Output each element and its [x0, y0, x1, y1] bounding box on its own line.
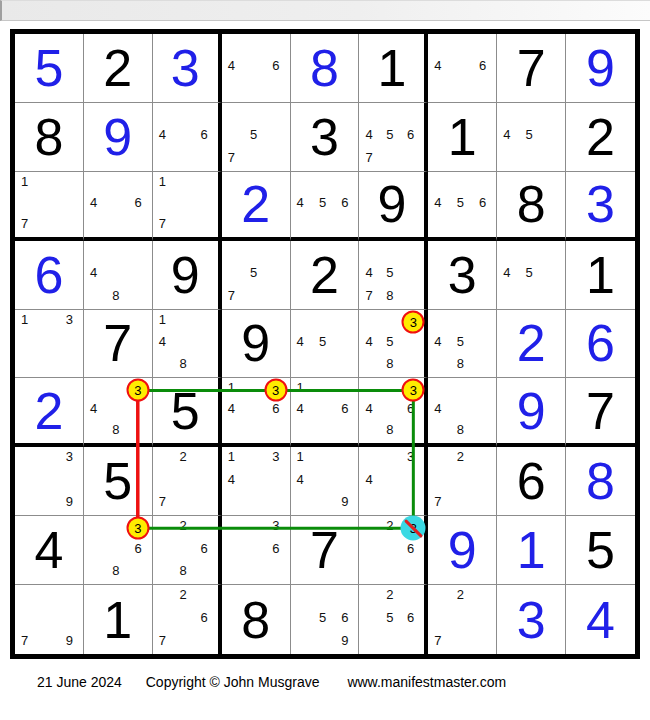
candidate-digit: 5: [382, 264, 398, 284]
candidate-slot: [398, 629, 414, 649]
candidate-digit: 4: [503, 126, 520, 146]
cell-r7c4[interactable]: 134: [222, 447, 291, 516]
candidate-slot: [159, 470, 175, 490]
candidate-slot: [452, 470, 469, 490]
candidate-slot: [159, 194, 175, 213]
cell-r9c2[interactable]: 1: [84, 585, 153, 654]
window-chrome-bar: [0, 0, 650, 21]
candidate-grid: 4567: [359, 103, 424, 171]
candidate-grid: 57: [222, 103, 290, 171]
candidate-digit: 2: [382, 519, 398, 539]
candidate-slot: [331, 419, 348, 438]
candidate-slot: [469, 450, 486, 470]
cell-r6c8[interactable]: 9: [497, 378, 566, 447]
cell-r1c1[interactable]: 5: [15, 34, 84, 103]
given-digit: 7: [517, 42, 546, 94]
candidate-slot: [38, 608, 55, 628]
candidate-slot: [452, 629, 469, 649]
cell-r1c2[interactable]: 2: [84, 34, 153, 103]
cell-r6c9[interactable]: 7: [566, 378, 635, 447]
candidate-digit: 3: [398, 450, 414, 470]
cell-r2c5[interactable]: 3: [291, 103, 360, 172]
candidate-slot: [175, 146, 191, 166]
candidate-slot: [434, 470, 451, 490]
cell-r5c9[interactable]: 6: [566, 310, 635, 379]
given-digit: 5: [103, 455, 132, 507]
candidate-digit: 7: [159, 629, 175, 649]
candidate-digit: 9: [331, 490, 348, 510]
candidate-slot: [434, 37, 451, 57]
candidate-slot: [107, 175, 124, 194]
cell-r2c9[interactable]: 2: [566, 103, 635, 172]
cell-r1c4[interactable]: 46: [222, 34, 291, 103]
candidate-slot: [521, 284, 538, 304]
cell-r7c8[interactable]: 6: [497, 447, 566, 516]
candidate-slot: [56, 352, 73, 372]
cell-r9c1[interactable]: 79: [15, 585, 84, 654]
candidate-slot: [434, 313, 451, 333]
candidate-slot: [469, 608, 486, 628]
candidate-digit: 1: [297, 450, 314, 470]
candidate-slot: [398, 419, 414, 438]
candidate-digit: 8: [175, 352, 191, 372]
candidate-digit: 6: [331, 194, 348, 213]
candidate-slot: [228, 106, 245, 126]
cell-r7c5[interactable]: 149: [291, 447, 360, 516]
entered-digit: 3: [171, 42, 200, 94]
candidate-slot: [175, 194, 191, 213]
candidate-slot: [452, 313, 469, 333]
cell-r2c8[interactable]: 45: [497, 103, 566, 172]
candidate-slot: [331, 450, 348, 470]
candidate-digit: 5: [314, 608, 331, 628]
candidate-slot: [297, 608, 314, 628]
candidate-slot: [297, 213, 314, 232]
candidate-digit: 6: [124, 194, 141, 213]
candidate-grid: 46: [428, 34, 496, 102]
entered-digit: 6: [34, 249, 63, 301]
candidate-slot: [398, 490, 414, 510]
cell-r4c6[interactable]: 4578: [359, 241, 428, 310]
cell-r2c2[interactable]: 9: [84, 103, 153, 172]
candidate-slot: [38, 175, 55, 194]
candidate-slot: [38, 629, 55, 649]
candidate-slot: [124, 419, 141, 438]
chain-node-circle: 3: [126, 379, 149, 402]
candidate-digit: 1: [21, 175, 38, 194]
candidate-slot: [262, 559, 279, 579]
candidate-digit: 6: [262, 400, 279, 419]
candidate-digit: 6: [191, 608, 207, 628]
candidate-digit: 7: [365, 284, 381, 304]
given-digit: 2: [103, 42, 132, 94]
cell-r9c8[interactable]: 3: [497, 585, 566, 654]
candidate-slot: [21, 588, 38, 608]
cell-r1c6[interactable]: 1: [359, 34, 428, 103]
cell-r9c7[interactable]: 27: [428, 585, 497, 654]
candidate-digit: 1: [159, 313, 175, 333]
cell-r1c7[interactable]: 46: [428, 34, 497, 103]
candidate-digit: 6: [398, 400, 414, 419]
cell-r8c1[interactable]: 4: [15, 516, 84, 585]
cell-r1c5[interactable]: 8: [291, 34, 360, 103]
candidate-slot: [434, 608, 451, 628]
cell-r4c9[interactable]: 1: [566, 241, 635, 310]
candidate-slot: [398, 244, 414, 264]
cell-r6c1[interactable]: 2: [15, 378, 84, 447]
candidate-digit: 4: [228, 400, 245, 419]
candidate-slot: [297, 588, 314, 608]
cell-r9c4[interactable]: 8: [222, 585, 291, 654]
candidate-slot: [382, 106, 398, 126]
candidate-digit: 4: [434, 333, 451, 353]
cell-r2c6[interactable]: 4567: [359, 103, 428, 172]
candidate-slot: [452, 490, 469, 510]
candidate-grid: 48: [84, 241, 152, 309]
cell-r7c2[interactable]: 5: [84, 447, 153, 516]
candidate-grid: 148: [153, 310, 218, 378]
candidate-grid: 48: [428, 378, 496, 443]
candidate-digit: 5: [245, 126, 262, 146]
cell-r5c5[interactable]: 45: [291, 310, 360, 379]
candidate-slot: [245, 244, 262, 264]
candidate-slot: [90, 381, 107, 400]
candidate-digit: 7: [365, 146, 381, 166]
cell-r7c1[interactable]: 39: [15, 447, 84, 516]
candidate-slot: [107, 194, 124, 213]
cell-r8c5[interactable]: 7: [291, 516, 360, 585]
circle-digit: 3: [410, 384, 417, 397]
candidate-slot: [191, 519, 207, 539]
candidate-slot: [21, 450, 38, 470]
candidate-slot: [382, 559, 398, 579]
cell-r3c2[interactable]: 46: [84, 172, 153, 241]
candidate-slot: [382, 146, 398, 166]
entered-digit: 1: [517, 524, 546, 576]
cell-r2c3[interactable]: 46: [153, 103, 222, 172]
candidate-slot: [245, 450, 262, 470]
footer-website-link[interactable]: www.manifestmaster.com: [347, 674, 506, 690]
candidate-grid: 456: [291, 172, 359, 237]
cell-r3c1[interactable]: 17: [15, 172, 84, 241]
cell-r5c7[interactable]: 458: [428, 310, 497, 379]
candidate-slot: [469, 381, 486, 400]
candidate-digit: 4: [159, 333, 175, 353]
candidate-slot: [228, 37, 245, 57]
candidate-grid: 13: [15, 310, 83, 378]
candidate-slot: [175, 629, 191, 649]
candidate-slot: [297, 490, 314, 510]
candidate-slot: [452, 77, 469, 97]
candidate-slot: [382, 450, 398, 470]
candidate-slot: [365, 419, 381, 438]
candidate-grid: 39: [15, 447, 83, 515]
cell-r6c5[interactable]: 146: [291, 378, 360, 447]
candidate-slot: [503, 244, 520, 264]
given-digit: 8: [517, 178, 546, 230]
given-digit: 7: [310, 524, 339, 576]
cell-r5c2[interactable]: 7: [84, 310, 153, 379]
candidate-slot: [90, 213, 107, 232]
candidate-slot: [452, 57, 469, 77]
given-digit: 5: [171, 385, 200, 437]
candidate-slot: [382, 400, 398, 419]
candidate-digit: 6: [331, 400, 348, 419]
candidate-digit: 4: [434, 57, 451, 77]
candidate-slot: [245, 57, 262, 77]
cell-r7c6[interactable]: 34: [359, 447, 428, 516]
candidate-slot: [538, 264, 555, 284]
cell-r9c6[interactable]: 256: [359, 585, 428, 654]
candidate-slot: [21, 333, 38, 353]
entered-digit: 9: [103, 111, 132, 163]
candidate-slot: [262, 264, 279, 284]
cell-r6c3[interactable]: 5: [153, 378, 222, 447]
elimination-circle: 3: [401, 516, 426, 541]
candidate-slot: [382, 539, 398, 559]
cell-r4c7[interactable]: 3: [428, 241, 497, 310]
candidate-digit: 2: [382, 588, 398, 608]
candidate-grid: 146: [291, 378, 359, 443]
candidate-slot: [331, 213, 348, 232]
candidate-slot: [262, 77, 279, 97]
candidate-slot: [452, 213, 469, 232]
candidate-slot: [191, 213, 207, 232]
candidate-grid: 46: [222, 34, 290, 102]
candidate-digit: 2: [175, 450, 191, 470]
candidate-digit: 5: [382, 608, 398, 628]
cell-r7c3[interactable]: 27: [153, 447, 222, 516]
candidate-digit: 2: [175, 588, 191, 608]
candidate-slot: [228, 490, 245, 510]
candidate-digit: 4: [365, 333, 381, 353]
candidate-slot: [538, 126, 555, 146]
candidate-slot: [314, 450, 331, 470]
candidate-slot: [452, 400, 469, 419]
cell-r4c2[interactable]: 48: [84, 241, 153, 310]
candidate-slot: [314, 213, 331, 232]
cell-r2c7[interactable]: 1: [428, 103, 497, 172]
cell-r8c4[interactable]: 36: [222, 516, 291, 585]
candidate-digit: 4: [228, 57, 245, 77]
candidate-slot: [382, 244, 398, 264]
candidate-digit: 4: [297, 194, 314, 213]
candidate-slot: [503, 146, 520, 166]
candidate-slot: [314, 490, 331, 510]
candidate-slot: [365, 352, 381, 372]
candidate-slot: [262, 284, 279, 304]
candidate-slot: [469, 77, 486, 97]
entered-digit: 9: [586, 42, 615, 94]
candidate-digit: 4: [365, 264, 381, 284]
candidate-digit: 6: [191, 126, 207, 146]
candidate-grid: 45: [497, 241, 565, 309]
candidate-slot: [538, 284, 555, 304]
candidate-grid: 267: [153, 585, 218, 654]
candidate-digit: 4: [90, 264, 107, 284]
entered-digit: 2: [34, 385, 63, 437]
candidate-digit: 4: [365, 400, 381, 419]
candidate-slot: [398, 588, 414, 608]
candidate-digit: 5: [452, 194, 469, 213]
cell-r4c1[interactable]: 6: [15, 241, 84, 310]
candidate-slot: [398, 146, 414, 166]
cell-r4c5[interactable]: 2: [291, 241, 360, 310]
cell-r9c3[interactable]: 267: [153, 585, 222, 654]
circle-digit: 3: [134, 522, 141, 535]
given-digit: 1: [103, 594, 132, 646]
cell-r3c9[interactable]: 3: [566, 172, 635, 241]
candidate-grid: 57: [222, 241, 290, 309]
cell-r1c9[interactable]: 9: [566, 34, 635, 103]
candidate-slot: [159, 146, 175, 166]
candidate-slot: [191, 194, 207, 213]
candidate-slot: [331, 588, 348, 608]
candidate-digit: 6: [398, 126, 414, 146]
candidate-slot: [365, 490, 381, 510]
candidate-grid: 256: [359, 585, 424, 654]
candidate-digit: 4: [434, 194, 451, 213]
candidate-slot: [159, 352, 175, 372]
cell-r9c5[interactable]: 569: [291, 585, 360, 654]
candidate-grid: 46: [153, 103, 218, 171]
cell-r3c4[interactable]: 2: [222, 172, 291, 241]
candidate-slot: [191, 313, 207, 333]
cell-r8c8[interactable]: 1: [497, 516, 566, 585]
candidate-digit: 8: [175, 559, 191, 579]
entered-digit: 9: [517, 385, 546, 437]
given-digit: 2: [586, 111, 615, 163]
candidate-slot: [434, 419, 451, 438]
cell-r3c5[interactable]: 456: [291, 172, 360, 241]
cell-r1c8[interactable]: 7: [497, 34, 566, 103]
candidate-digit: 7: [434, 490, 451, 510]
candidate-slot: [245, 77, 262, 97]
candidate-slot: [159, 588, 175, 608]
cell-r7c7[interactable]: 27: [428, 447, 497, 516]
candidate-slot: [521, 106, 538, 126]
given-digit: 8: [241, 594, 270, 646]
cell-r4c4[interactable]: 57: [222, 241, 291, 310]
cell-r2c1[interactable]: 8: [15, 103, 84, 172]
candidate-grid: 458: [428, 310, 496, 378]
given-digit: 8: [34, 111, 63, 163]
given-digit: 7: [586, 385, 615, 437]
candidate-slot: [469, 37, 486, 57]
candidate-digit: 7: [434, 629, 451, 649]
candidate-slot: [365, 608, 381, 628]
candidate-slot: [434, 213, 451, 232]
candidate-slot: [245, 37, 262, 57]
candidate-slot: [365, 244, 381, 264]
candidate-slot: [175, 333, 191, 353]
candidate-digit: 4: [365, 126, 381, 146]
candidate-digit: 3: [56, 313, 73, 333]
candidate-grid: 27: [428, 585, 496, 654]
candidate-slot: [56, 588, 73, 608]
cell-r9c9[interactable]: 4: [566, 585, 635, 654]
candidate-digit: 1: [228, 450, 245, 470]
given-digit: 1: [448, 111, 477, 163]
given-digit: 9: [241, 317, 270, 369]
sudoku-board: 5234681467989465734567145217461724569456…: [10, 29, 640, 659]
candidate-slot: [331, 470, 348, 490]
cell-r3c7[interactable]: 456: [428, 172, 497, 241]
candidate-slot: [107, 264, 124, 284]
candidate-slot: [365, 588, 381, 608]
candidate-digit: 5: [314, 194, 331, 213]
candidate-digit: 6: [398, 539, 414, 559]
cell-r8c7[interactable]: 9: [428, 516, 497, 585]
candidate-slot: [90, 539, 107, 559]
candidate-slot: [503, 284, 520, 304]
footer-copyright: Copyright © John Musgrave: [146, 674, 320, 690]
entered-digit: 3: [517, 594, 546, 646]
cell-r5c8[interactable]: 2: [497, 310, 566, 379]
cell-r5c3[interactable]: 148: [153, 310, 222, 379]
candidate-slot: [398, 284, 414, 304]
candidate-slot: [191, 629, 207, 649]
candidate-digit: 7: [21, 213, 38, 232]
cell-r5c1[interactable]: 13: [15, 310, 84, 379]
cell-r4c3[interactable]: 9: [153, 241, 222, 310]
candidate-slot: [331, 352, 348, 372]
cell-r2c4[interactable]: 57: [222, 103, 291, 172]
candidate-slot: [245, 559, 262, 579]
candidate-slot: [365, 559, 381, 579]
given-digit: 9: [377, 178, 406, 230]
entered-digit: 3: [586, 178, 615, 230]
candidate-slot: [382, 490, 398, 510]
candidate-slot: [38, 470, 55, 490]
candidate-slot: [297, 175, 314, 194]
cell-r3c6[interactable]: 9: [359, 172, 428, 241]
candidate-slot: [56, 213, 73, 232]
cell-r8c9[interactable]: 5: [566, 516, 635, 585]
candidate-slot: [365, 313, 381, 333]
footer-date: 21 June 2024: [37, 674, 122, 690]
candidate-slot: [175, 608, 191, 628]
candidate-slot: [331, 175, 348, 194]
candidate-digit: 6: [469, 57, 486, 77]
candidate-slot: [245, 146, 262, 166]
cell-r3c8[interactable]: 8: [497, 172, 566, 241]
cell-r6c7[interactable]: 48: [428, 378, 497, 447]
given-digit: 3: [448, 249, 477, 301]
candidate-slot: [469, 629, 486, 649]
cell-r3c3[interactable]: 17: [153, 172, 222, 241]
cell-r7c9[interactable]: 8: [566, 447, 635, 516]
candidate-digit: 7: [159, 490, 175, 510]
candidate-slot: [503, 106, 520, 126]
candidate-digit: 7: [228, 146, 245, 166]
candidate-digit: 1: [21, 313, 38, 333]
candidate-slot: [314, 629, 331, 649]
candidate-slot: [245, 490, 262, 510]
candidate-grid: 149: [291, 447, 359, 515]
candidate-slot: [245, 519, 262, 539]
cell-r4c8[interactable]: 45: [497, 241, 566, 310]
cell-r8c3[interactable]: 268: [153, 516, 222, 585]
given-digit: 1: [377, 42, 406, 94]
cell-r5c4[interactable]: 9: [222, 310, 291, 379]
candidate-digit: 9: [56, 629, 73, 649]
candidate-slot: [191, 352, 207, 372]
cell-r1c3[interactable]: 3: [153, 34, 222, 103]
candidate-slot: [191, 333, 207, 353]
candidate-digit: 8: [452, 419, 469, 438]
candidate-slot: [314, 419, 331, 438]
